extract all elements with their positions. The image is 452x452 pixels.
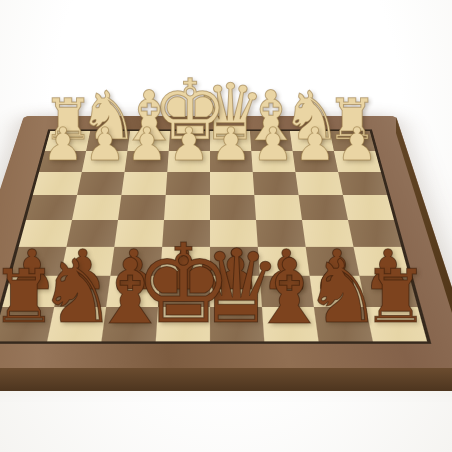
board-square-f1 xyxy=(127,131,170,151)
board-square-f6 xyxy=(110,247,162,276)
board-square-f8 xyxy=(101,307,158,341)
board-square-d8 xyxy=(210,307,264,341)
board-square-b2 xyxy=(293,151,339,172)
board-square-h2 xyxy=(39,151,86,172)
board-square-f2 xyxy=(125,151,169,172)
board-square-e7 xyxy=(158,276,210,307)
board-square-d7 xyxy=(210,276,262,307)
board-square-g7 xyxy=(54,276,110,307)
board-square-g3 xyxy=(77,172,124,195)
board-square-f5 xyxy=(114,220,164,247)
chess-set-photo: ♜♞♝♛♚♝♞♜♟♟♟♟♟♟♟♟♟♟♟♟♟♟♟♟♜♞♝♛♚♝♞♜ xyxy=(0,0,452,452)
board-square-b8 xyxy=(314,307,373,341)
board-square-c3 xyxy=(253,172,299,195)
board-square-h6 xyxy=(11,247,67,276)
board-square-b3 xyxy=(295,172,342,195)
board-square-c4 xyxy=(254,195,302,220)
board-square-a4 xyxy=(343,195,394,220)
board-square-h3 xyxy=(33,172,82,195)
board-square-d1 xyxy=(210,131,251,151)
board-square-c8 xyxy=(262,307,319,341)
board-square-e5 xyxy=(162,220,210,247)
board-square-g4 xyxy=(72,195,121,220)
board-square-b5 xyxy=(302,220,353,247)
board-square-c6 xyxy=(258,247,310,276)
board-square-d4 xyxy=(210,195,256,220)
board-square-f7 xyxy=(106,276,160,307)
board-square-a8 xyxy=(366,307,427,341)
board-square-a6 xyxy=(353,247,409,276)
board-square-h4 xyxy=(26,195,77,220)
board-square-b1 xyxy=(290,131,334,151)
board-square-b4 xyxy=(299,195,348,220)
board-square-g6 xyxy=(61,247,115,276)
board-grid xyxy=(0,129,431,343)
board-square-b6 xyxy=(306,247,360,276)
chess-board xyxy=(0,116,452,371)
board-square-d3 xyxy=(210,172,254,195)
board-square-e2 xyxy=(167,151,210,172)
board-square-g2 xyxy=(82,151,128,172)
board-square-b7 xyxy=(310,276,366,307)
board-square-h8 xyxy=(0,307,54,341)
board-square-e3 xyxy=(166,172,210,195)
board-square-e1 xyxy=(169,131,210,151)
board-square-d6 xyxy=(210,247,260,276)
board-square-h5 xyxy=(19,220,72,247)
board-square-e4 xyxy=(164,195,210,220)
board-square-d5 xyxy=(210,220,258,247)
board-square-d2 xyxy=(210,151,253,172)
board-square-g1 xyxy=(86,131,130,151)
board-front-edge xyxy=(0,368,452,391)
board-square-e8 xyxy=(156,307,210,341)
board-square-g5 xyxy=(67,220,118,247)
board-square-a1 xyxy=(330,131,375,151)
board-square-c5 xyxy=(256,220,306,247)
board-square-a7 xyxy=(359,276,417,307)
board-square-a3 xyxy=(338,172,387,195)
board-square-c1 xyxy=(250,131,293,151)
board-square-c2 xyxy=(251,151,295,172)
board-square-h1 xyxy=(45,131,90,151)
board-square-h7 xyxy=(2,276,60,307)
board-square-a2 xyxy=(334,151,381,172)
board-square-f3 xyxy=(121,172,167,195)
board-square-f4 xyxy=(118,195,166,220)
board-square-a5 xyxy=(348,220,401,247)
board-square-e6 xyxy=(160,247,210,276)
board-square-g8 xyxy=(47,307,106,341)
board-square-c7 xyxy=(260,276,314,307)
